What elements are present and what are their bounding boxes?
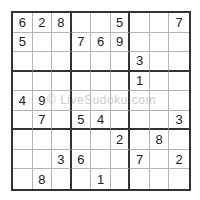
cell-r8c8[interactable] xyxy=(150,150,170,170)
cell-r8c7[interactable]: 7 xyxy=(130,150,150,170)
cell-r7c6[interactable]: 2 xyxy=(111,130,131,150)
cell-r4c9[interactable] xyxy=(169,72,189,92)
cell-r9c6[interactable] xyxy=(111,169,131,189)
cell-r5c9[interactable] xyxy=(169,91,189,111)
cell-r1c5[interactable] xyxy=(91,13,111,33)
cell-r9c9[interactable] xyxy=(169,169,189,189)
cell-r3c9[interactable] xyxy=(169,52,189,72)
cell-r2c5[interactable]: 6 xyxy=(91,33,111,53)
cell-r1c4[interactable] xyxy=(72,13,92,33)
cell-r8c9[interactable]: 2 xyxy=(169,150,189,170)
cell-r9c1[interactable] xyxy=(13,169,33,189)
cell-r5c6[interactable] xyxy=(111,91,131,111)
cell-r7c1[interactable] xyxy=(13,130,33,150)
cell-r6c7[interactable] xyxy=(130,111,150,131)
cell-r9c7[interactable] xyxy=(130,169,150,189)
cell-r5c4[interactable] xyxy=(72,91,92,111)
cell-r1c3[interactable]: 8 xyxy=(52,13,72,33)
cell-r2c1[interactable]: 5 xyxy=(13,33,33,53)
cell-r5c5[interactable] xyxy=(91,91,111,111)
cell-r4c6[interactable] xyxy=(111,72,131,92)
cell-r4c8[interactable] xyxy=(150,72,170,92)
cell-r6c2[interactable]: 7 xyxy=(33,111,53,131)
cell-r1c7[interactable] xyxy=(130,13,150,33)
cell-r7c5[interactable] xyxy=(91,130,111,150)
cell-r3c1[interactable] xyxy=(13,52,33,72)
cell-r2c2[interactable] xyxy=(33,33,53,53)
cell-r8c2[interactable] xyxy=(33,150,53,170)
cell-r3c3[interactable] xyxy=(52,52,72,72)
sudoku-board: 6285757693149754328367281 xyxy=(11,11,191,191)
cell-r1c8[interactable] xyxy=(150,13,170,33)
cell-r6c3[interactable] xyxy=(52,111,72,131)
cell-r9c8[interactable] xyxy=(150,169,170,189)
cell-r4c1[interactable] xyxy=(13,72,33,92)
cell-r5c1[interactable]: 4 xyxy=(13,91,33,111)
cell-r5c2[interactable]: 9 xyxy=(33,91,53,111)
cell-r3c6[interactable] xyxy=(111,52,131,72)
cell-r3c5[interactable] xyxy=(91,52,111,72)
cell-r6c1[interactable] xyxy=(13,111,33,131)
cell-r8c6[interactable] xyxy=(111,150,131,170)
cell-r8c5[interactable] xyxy=(91,150,111,170)
cell-r8c3[interactable]: 3 xyxy=(52,150,72,170)
cell-r7c4[interactable] xyxy=(72,130,92,150)
cell-r2c4[interactable]: 7 xyxy=(72,33,92,53)
cell-r2c6[interactable]: 9 xyxy=(111,33,131,53)
cell-r7c2[interactable] xyxy=(33,130,53,150)
cell-r9c4[interactable] xyxy=(72,169,92,189)
cell-r3c4[interactable] xyxy=(72,52,92,72)
cell-r5c8[interactable] xyxy=(150,91,170,111)
cell-r7c8[interactable]: 8 xyxy=(150,130,170,150)
cell-r6c6[interactable] xyxy=(111,111,131,131)
cell-r7c3[interactable] xyxy=(52,130,72,150)
cell-r3c7[interactable]: 3 xyxy=(130,52,150,72)
cell-r9c3[interactable] xyxy=(52,169,72,189)
cell-r9c5[interactable]: 1 xyxy=(91,169,111,189)
cell-r1c9[interactable]: 7 xyxy=(169,13,189,33)
cell-r2c8[interactable] xyxy=(150,33,170,53)
cell-r8c4[interactable]: 6 xyxy=(72,150,92,170)
cell-r4c3[interactable] xyxy=(52,72,72,92)
cell-r2c9[interactable] xyxy=(169,33,189,53)
cell-r7c9[interactable] xyxy=(169,130,189,150)
cell-r6c9[interactable]: 3 xyxy=(169,111,189,131)
cell-r1c6[interactable]: 5 xyxy=(111,13,131,33)
cell-r1c1[interactable]: 6 xyxy=(13,13,33,33)
cell-r2c7[interactable] xyxy=(130,33,150,53)
cell-r6c5[interactable]: 4 xyxy=(91,111,111,131)
cell-r4c4[interactable] xyxy=(72,72,92,92)
cell-r2c3[interactable] xyxy=(52,33,72,53)
cell-r3c2[interactable] xyxy=(33,52,53,72)
cell-r5c7[interactable] xyxy=(130,91,150,111)
cell-r7c7[interactable] xyxy=(130,130,150,150)
cell-r4c7[interactable]: 1 xyxy=(130,72,150,92)
cell-r9c2[interactable]: 8 xyxy=(33,169,53,189)
cell-r4c5[interactable] xyxy=(91,72,111,92)
cell-r3c8[interactable] xyxy=(150,52,170,72)
cell-r6c4[interactable]: 5 xyxy=(72,111,92,131)
cell-r5c3[interactable] xyxy=(52,91,72,111)
cell-r4c2[interactable] xyxy=(33,72,53,92)
cell-r6c8[interactable] xyxy=(150,111,170,131)
cell-r8c1[interactable] xyxy=(13,150,33,170)
cell-r1c2[interactable]: 2 xyxy=(33,13,53,33)
